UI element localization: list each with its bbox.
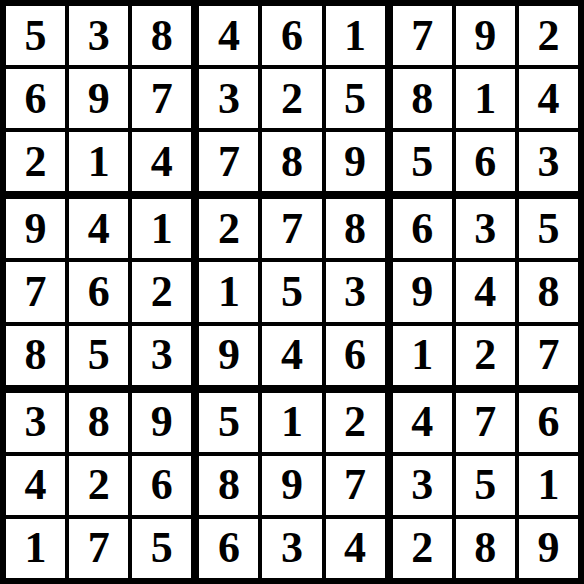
cell-r5c6[interactable]: 3 xyxy=(326,262,385,321)
cell-r2c9[interactable]: 4 xyxy=(519,69,578,128)
cell-r8c7[interactable]: 3 xyxy=(393,456,452,515)
cell-r3c3[interactable]: 4 xyxy=(132,132,191,191)
cell-r1c2[interactable]: 3 xyxy=(69,6,128,65)
cell-r8c5[interactable]: 9 xyxy=(262,456,321,515)
sudoku-box-9: 476351289 xyxy=(393,393,578,578)
cell-r4c9[interactable]: 5 xyxy=(519,199,578,258)
cell-r5c4[interactable]: 1 xyxy=(199,262,258,321)
cell-r5c5[interactable]: 5 xyxy=(262,262,321,321)
cell-r6c4[interactable]: 9 xyxy=(199,326,258,385)
cell-r4c5[interactable]: 7 xyxy=(262,199,321,258)
cell-r7c8[interactable]: 7 xyxy=(456,393,515,452)
cell-r9c7[interactable]: 2 xyxy=(393,519,452,578)
sudoku-box-6: 635948127 xyxy=(393,199,578,384)
cell-r3c4[interactable]: 7 xyxy=(199,132,258,191)
cell-r7c5[interactable]: 1 xyxy=(262,393,321,452)
sudoku-box-1: 538697214 xyxy=(6,6,191,191)
cell-r7c4[interactable]: 5 xyxy=(199,393,258,452)
sudoku-box-4: 941762853 xyxy=(6,199,191,384)
cell-r6c5[interactable]: 4 xyxy=(262,326,321,385)
cell-r1c9[interactable]: 2 xyxy=(519,6,578,65)
cell-r6c8[interactable]: 2 xyxy=(456,326,515,385)
cell-r3c8[interactable]: 6 xyxy=(456,132,515,191)
cell-r6c2[interactable]: 5 xyxy=(69,326,128,385)
cell-r2c8[interactable]: 1 xyxy=(456,69,515,128)
cell-r7c2[interactable]: 8 xyxy=(69,393,128,452)
cell-r3c9[interactable]: 3 xyxy=(519,132,578,191)
cell-r4c8[interactable]: 3 xyxy=(456,199,515,258)
cell-r1c1[interactable]: 5 xyxy=(6,6,65,65)
cell-r4c6[interactable]: 8 xyxy=(326,199,385,258)
cell-r8c6[interactable]: 7 xyxy=(326,456,385,515)
cell-r5c3[interactable]: 2 xyxy=(132,262,191,321)
cell-r1c3[interactable]: 8 xyxy=(132,6,191,65)
cell-r6c1[interactable]: 8 xyxy=(6,326,65,385)
cell-r5c8[interactable]: 4 xyxy=(456,262,515,321)
cell-r4c7[interactable]: 6 xyxy=(393,199,452,258)
cell-r9c8[interactable]: 8 xyxy=(456,519,515,578)
cell-r2c5[interactable]: 2 xyxy=(262,69,321,128)
sudoku-box-8: 512897634 xyxy=(199,393,384,578)
cell-r9c2[interactable]: 7 xyxy=(69,519,128,578)
cell-r8c2[interactable]: 2 xyxy=(69,456,128,515)
cell-r6c9[interactable]: 7 xyxy=(519,326,578,385)
cell-r3c2[interactable]: 1 xyxy=(69,132,128,191)
cell-r5c1[interactable]: 7 xyxy=(6,262,65,321)
cell-r7c6[interactable]: 2 xyxy=(326,393,385,452)
cell-r3c6[interactable]: 9 xyxy=(326,132,385,191)
cell-r5c7[interactable]: 9 xyxy=(393,262,452,321)
cell-r1c4[interactable]: 4 xyxy=(199,6,258,65)
cell-r8c9[interactable]: 1 xyxy=(519,456,578,515)
sudoku-box-7: 389426175 xyxy=(6,393,191,578)
cell-r8c3[interactable]: 6 xyxy=(132,456,191,515)
cell-r2c4[interactable]: 3 xyxy=(199,69,258,128)
cell-r9c5[interactable]: 3 xyxy=(262,519,321,578)
cell-r3c7[interactable]: 5 xyxy=(393,132,452,191)
cell-r6c6[interactable]: 6 xyxy=(326,326,385,385)
cell-r6c7[interactable]: 1 xyxy=(393,326,452,385)
cell-r1c7[interactable]: 7 xyxy=(393,6,452,65)
cell-r4c1[interactable]: 9 xyxy=(6,199,65,258)
cell-r7c3[interactable]: 9 xyxy=(132,393,191,452)
cell-r6c3[interactable]: 3 xyxy=(132,326,191,385)
cell-r7c7[interactable]: 4 xyxy=(393,393,452,452)
cell-r9c1[interactable]: 1 xyxy=(6,519,65,578)
cell-r8c4[interactable]: 8 xyxy=(199,456,258,515)
cell-r1c6[interactable]: 1 xyxy=(326,6,385,65)
cell-r3c5[interactable]: 8 xyxy=(262,132,321,191)
cell-r1c8[interactable]: 9 xyxy=(456,6,515,65)
cell-r2c3[interactable]: 7 xyxy=(132,69,191,128)
sudoku-box-2: 461325789 xyxy=(199,6,384,191)
cell-r2c6[interactable]: 5 xyxy=(326,69,385,128)
cell-r9c4[interactable]: 6 xyxy=(199,519,258,578)
cell-r7c9[interactable]: 6 xyxy=(519,393,578,452)
cell-r9c3[interactable]: 5 xyxy=(132,519,191,578)
cell-r4c4[interactable]: 2 xyxy=(199,199,258,258)
cell-r8c1[interactable]: 4 xyxy=(6,456,65,515)
cell-r3c1[interactable]: 2 xyxy=(6,132,65,191)
cell-r4c2[interactable]: 4 xyxy=(69,199,128,258)
cell-r5c2[interactable]: 6 xyxy=(69,262,128,321)
cell-r8c8[interactable]: 5 xyxy=(456,456,515,515)
sudoku-box-5: 278153946 xyxy=(199,199,384,384)
cell-r4c3[interactable]: 1 xyxy=(132,199,191,258)
cell-r1c5[interactable]: 6 xyxy=(262,6,321,65)
sudoku-board: 5386972144613257897928145639417628532781… xyxy=(0,0,584,584)
cell-r2c1[interactable]: 6 xyxy=(6,69,65,128)
cell-r7c1[interactable]: 3 xyxy=(6,393,65,452)
cell-r9c9[interactable]: 9 xyxy=(519,519,578,578)
cell-r2c7[interactable]: 8 xyxy=(393,69,452,128)
cell-r2c2[interactable]: 9 xyxy=(69,69,128,128)
sudoku-box-grid: 5386972144613257897928145639417628532781… xyxy=(6,6,578,578)
sudoku-box-3: 792814563 xyxy=(393,6,578,191)
cell-r9c6[interactable]: 4 xyxy=(326,519,385,578)
cell-r5c9[interactable]: 8 xyxy=(519,262,578,321)
